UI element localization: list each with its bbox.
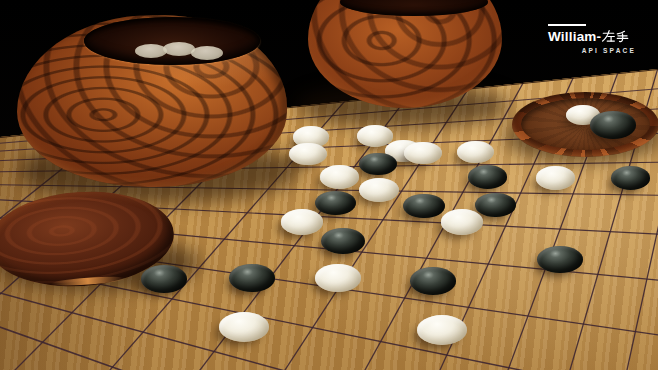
white-stone: [417, 315, 468, 345]
white-stone: [219, 312, 269, 342]
hanzi-zuo-icon: [602, 30, 615, 43]
brand-subtitle: API SPACE: [548, 47, 640, 54]
white-stone: [441, 209, 483, 234]
go-scene: William- API SPACE: [0, 0, 658, 370]
stones-layer: [0, 0, 658, 370]
black-stone: [468, 165, 507, 188]
black-stone: [315, 191, 356, 216]
black-stone: [359, 153, 397, 176]
white-stone: [320, 165, 359, 188]
white-stone: [289, 143, 326, 165]
white-stone: [457, 141, 494, 163]
watermark-rule: [548, 24, 586, 26]
black-stone: [321, 228, 365, 254]
watermark: William- API SPACE: [548, 24, 640, 54]
brand-text: William-: [548, 29, 640, 44]
white-stone: [281, 209, 323, 234]
black-stone: [410, 267, 457, 295]
black-stone: [141, 265, 188, 293]
white-stone: [536, 166, 575, 190]
black-stone: [475, 193, 516, 218]
black-stone: [403, 194, 444, 219]
white-stone: [315, 264, 362, 292]
black-stone: [229, 264, 276, 292]
black-stone: [611, 166, 650, 190]
black-stone: [537, 246, 582, 273]
hanzi-shou-icon: [616, 30, 629, 43]
white-stone: [359, 178, 399, 202]
white-stone: [404, 142, 441, 164]
black-stone: [590, 111, 636, 138]
brand-latin: William-: [548, 29, 601, 44]
